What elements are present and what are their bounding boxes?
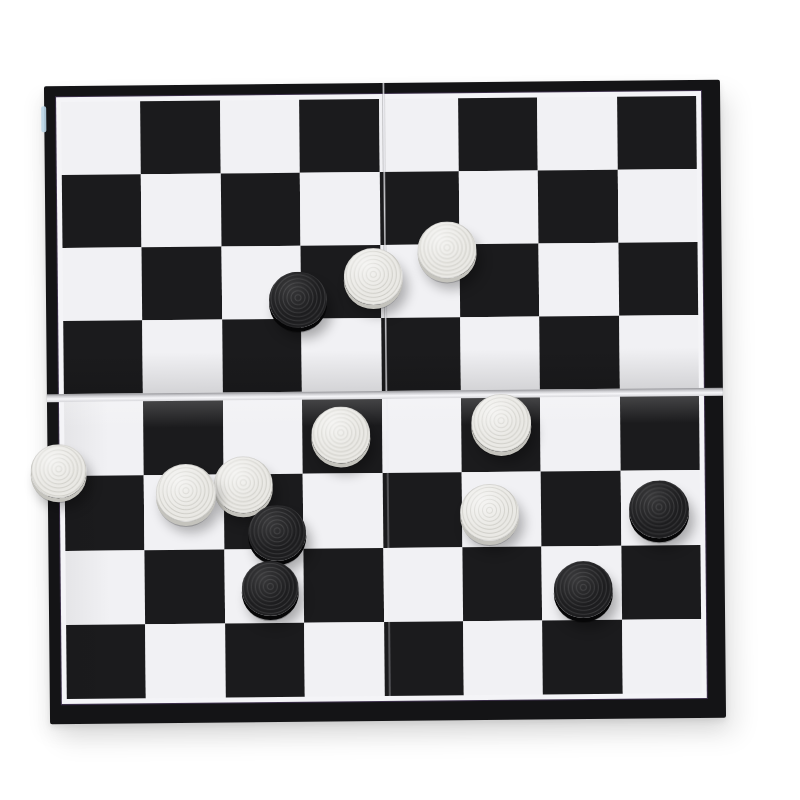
piece-white-a4[interactable]: [30, 444, 87, 499]
piece-white-c3[interactable]: [213, 456, 273, 514]
square-g8[interactable]: [537, 97, 617, 171]
square-b5[interactable]: [143, 320, 223, 394]
board-panel-top: [61, 96, 699, 394]
piece-black-c3[interactable]: [248, 505, 307, 562]
piece-white-b3[interactable]: [156, 464, 217, 523]
piece-black-c6[interactable]: [269, 272, 328, 329]
square-e2[interactable]: [383, 547, 463, 622]
square-f8[interactable]: [458, 98, 538, 172]
square-g6[interactable]: [539, 243, 619, 317]
square-e4[interactable]: [381, 398, 461, 473]
square-f1[interactable]: [463, 620, 543, 695]
square-f2[interactable]: [462, 546, 542, 621]
square-d8[interactable]: [299, 99, 379, 173]
piece-white-d6[interactable]: [343, 247, 403, 305]
square-g5[interactable]: [539, 316, 619, 390]
frame-gloss-reflection: [41, 106, 46, 132]
square-h7[interactable]: [617, 169, 697, 243]
board-sheet: [56, 91, 707, 704]
square-d5[interactable]: [301, 318, 381, 392]
square-e1[interactable]: [384, 621, 464, 696]
square-b7[interactable]: [141, 174, 221, 248]
square-h5[interactable]: [619, 315, 699, 389]
square-h2[interactable]: [621, 544, 701, 619]
checkers-board: [44, 80, 726, 724]
square-e8[interactable]: [379, 98, 459, 172]
square-c8[interactable]: [220, 100, 300, 174]
piece-black-h3[interactable]: [629, 480, 690, 539]
square-b8[interactable]: [140, 101, 220, 175]
square-h4[interactable]: [620, 396, 700, 471]
square-d1[interactable]: [304, 622, 384, 697]
square-d2[interactable]: [304, 548, 384, 623]
pieces-layer: [44, 80, 720, 86]
square-c7[interactable]: [221, 173, 301, 247]
square-d3[interactable]: [303, 473, 383, 548]
square-b6[interactable]: [142, 247, 222, 321]
square-h6[interactable]: [618, 242, 698, 316]
square-b1[interactable]: [145, 623, 225, 698]
square-g3[interactable]: [541, 471, 621, 546]
square-a7[interactable]: [62, 174, 142, 248]
piece-white-f4[interactable]: [471, 394, 532, 453]
square-f5[interactable]: [460, 317, 540, 391]
square-a6[interactable]: [63, 247, 143, 321]
square-e3[interactable]: [382, 473, 462, 548]
piece-black-c2[interactable]: [241, 560, 299, 616]
square-g4[interactable]: [540, 397, 620, 472]
piece-white-e6[interactable]: [417, 221, 477, 279]
square-a2[interactable]: [65, 550, 145, 625]
piece-white-d4[interactable]: [311, 406, 371, 464]
square-h1[interactable]: [622, 619, 702, 694]
piece-white-f3[interactable]: [459, 483, 519, 541]
square-a1[interactable]: [66, 624, 146, 699]
board-grid: [61, 96, 702, 699]
product-photo: [0, 0, 800, 800]
board-panel-bottom: [64, 396, 702, 699]
square-c5[interactable]: [222, 319, 302, 393]
piece-black-g2[interactable]: [553, 560, 613, 618]
square-a8[interactable]: [61, 101, 141, 175]
square-b2[interactable]: [145, 549, 225, 624]
square-g1[interactable]: [542, 619, 622, 694]
square-d7[interactable]: [300, 172, 380, 246]
square-g7[interactable]: [538, 170, 618, 244]
square-h8[interactable]: [617, 96, 697, 170]
square-e5[interactable]: [381, 317, 461, 391]
square-a5[interactable]: [63, 320, 143, 394]
square-c1[interactable]: [225, 623, 305, 698]
